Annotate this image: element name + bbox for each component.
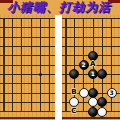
- grid-vline: [3, 18, 5, 112]
- grid-hline: [0, 102, 55, 103]
- black-stone: [69, 69, 79, 79]
- black-stone: [97, 97, 107, 107]
- grid-vline: [111, 18, 112, 112]
- grid-hline: [0, 46, 55, 47]
- right-board: 213ABC: [62, 15, 120, 120]
- grid-hline: [0, 111, 55, 112]
- point-label-C: C: [71, 108, 76, 115]
- grid-hline: [0, 37, 55, 38]
- board-bottom-edge: [0, 117, 55, 119]
- point-label-B: B: [71, 89, 76, 96]
- grid-hline: [0, 65, 55, 66]
- diagram-title: 小猪嘴、打劫为活: [7, 0, 120, 15]
- black-stone-move-2: 2: [79, 60, 89, 70]
- grid-hline: [0, 83, 55, 84]
- grid-hline: [0, 18, 55, 19]
- go-diagram: 小猪嘴、打劫为活 213ABC: [0, 0, 120, 120]
- grid-vline: [21, 18, 22, 112]
- white-stone-move-3: 3: [107, 88, 117, 98]
- point-label-A: A: [90, 61, 95, 68]
- grid-hline: [0, 27, 55, 28]
- board-bottom-edge: [62, 117, 120, 119]
- grid-hline: [0, 93, 55, 94]
- grid-vline: [65, 18, 67, 112]
- grid-vline: [49, 18, 50, 112]
- grid-vline: [31, 18, 32, 112]
- grid-hline: [0, 55, 55, 56]
- black-stone: [97, 69, 107, 79]
- title-bar: 小猪嘴、打劫为活: [0, 0, 120, 15]
- left-board: [0, 15, 55, 120]
- grid-hline: [0, 74, 55, 75]
- grid-vline: [12, 18, 13, 112]
- board-gap: [55, 15, 62, 120]
- white-stone: [69, 97, 79, 107]
- star-point: [39, 73, 42, 76]
- white-stone: [97, 107, 107, 117]
- grid-vline: [40, 18, 41, 112]
